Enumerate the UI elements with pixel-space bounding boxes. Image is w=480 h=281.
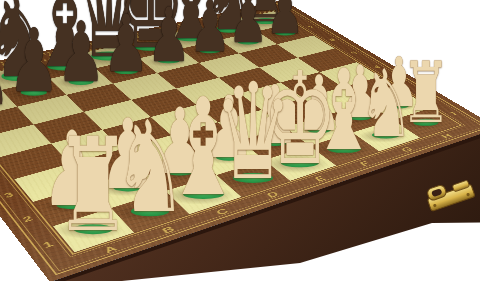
pawn-glyph: ♟ [0,26,11,119]
pawn-glyph: ♟ [8,19,60,107]
pawn-glyph: ♟ [103,4,150,83]
rook-glyph: ♜ [55,121,131,250]
pawn-glyph: ♟ [266,0,304,44]
pieces-layer: ♜♞♝♛♚♝♞♜♟♟♟♟♟♟♟♟♟♟♟♟♟♟♟♟♜♞♝♛♚♝♞♜ [0,0,480,281]
chess-set-photo: AABBCCDDEEFFGGHH1122334455667788 ♜♞♝♛♚♝♞… [0,0,480,281]
pawn-glyph: ♟ [57,11,106,94]
pawn-glyph: ♟ [147,0,191,73]
pawn-glyph: ♟ [188,0,230,63]
